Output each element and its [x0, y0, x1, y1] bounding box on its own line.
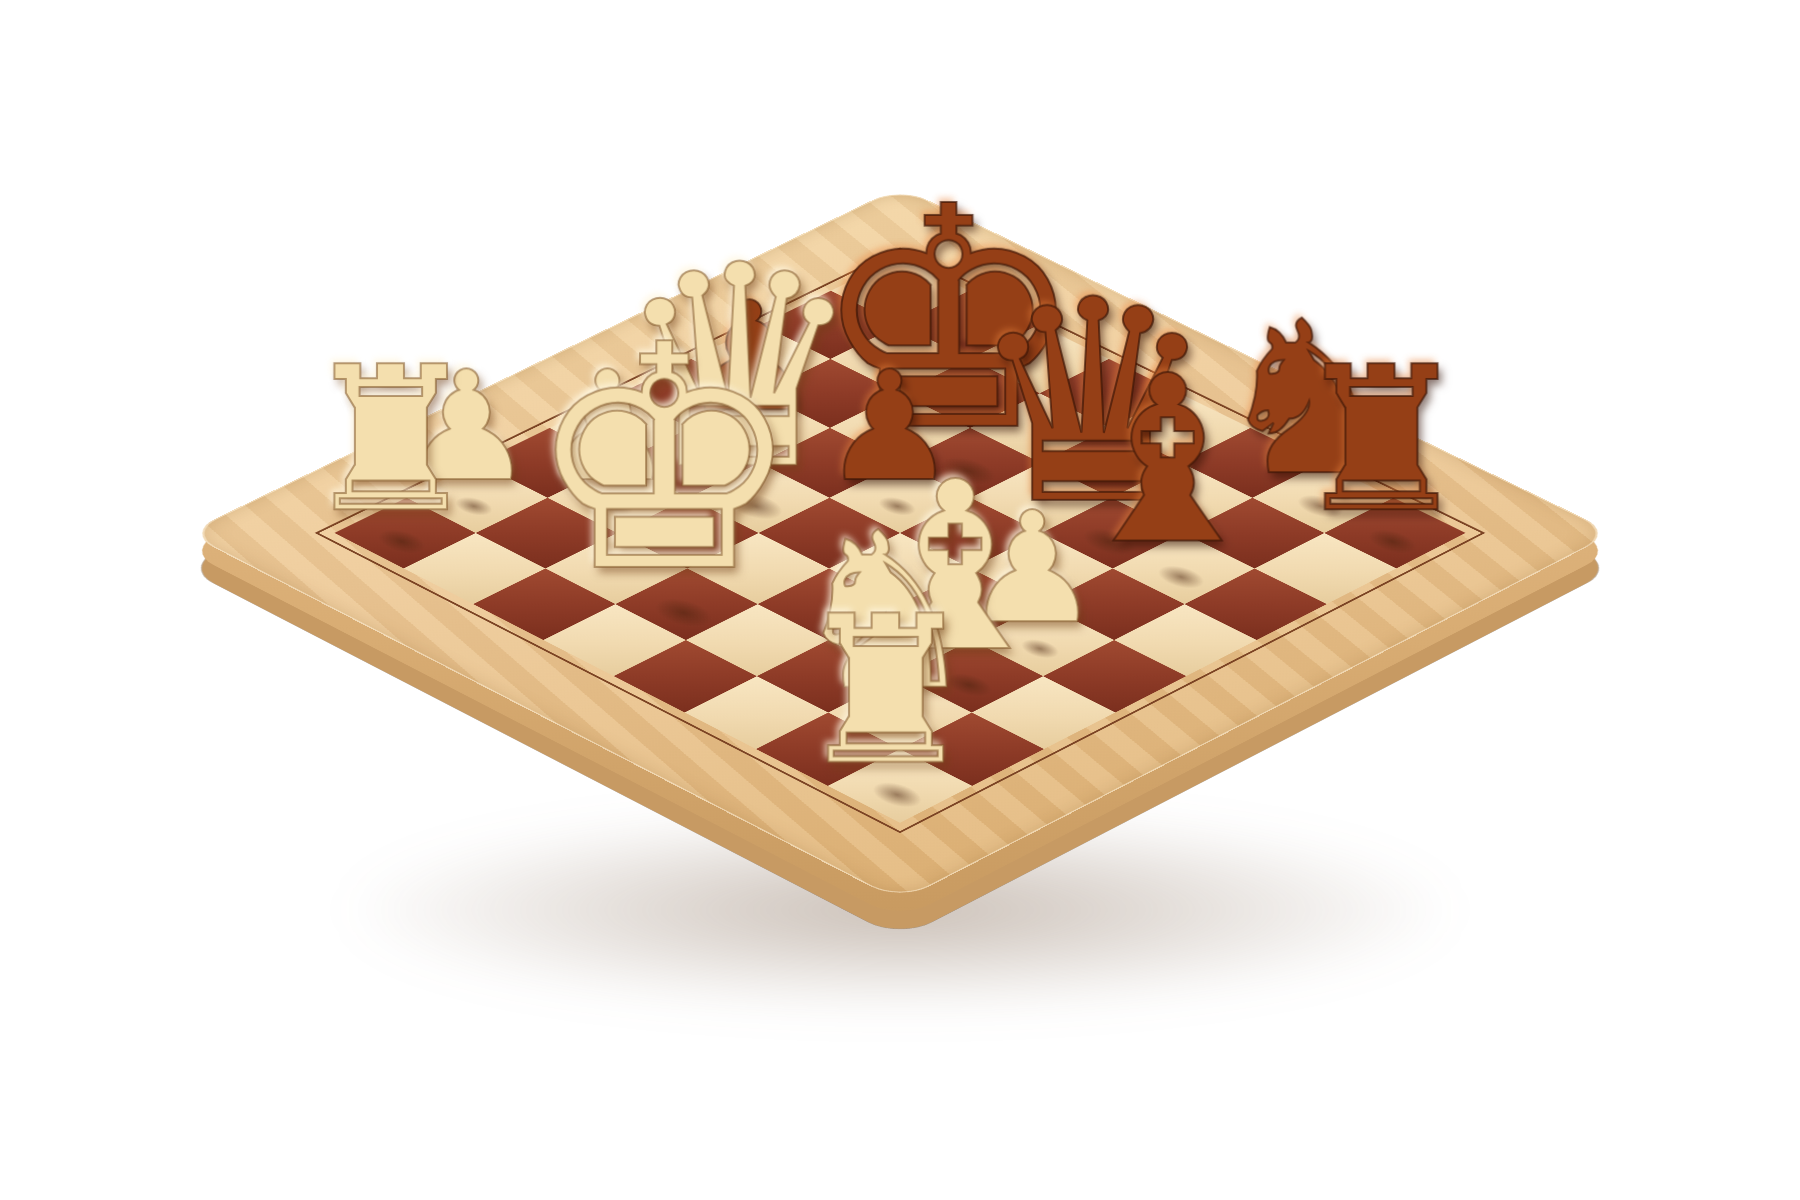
pieces-layer: ♜♜♟♚♞♟♝♛♟♟♟♚♛♝♞♜ — [334, 257, 1465, 823]
white-king-glyph: ♚ — [525, 305, 803, 615]
white-rook-glyph: ♜ — [794, 589, 977, 794]
dark-rook-glyph: ♜ — [1291, 340, 1470, 540]
product-photo-scene: ♜♜♟♚♞♟♝♛♟♟♟♚♛♝♞♜ — [0, 0, 1800, 1200]
white-rook-glyph: ♜ — [301, 340, 480, 540]
